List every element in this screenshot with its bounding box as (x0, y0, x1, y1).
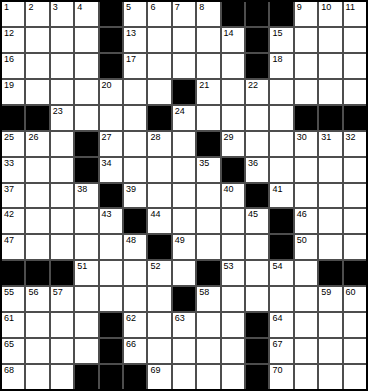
cell-r7c9[interactable]: 40 (222, 184, 244, 208)
clue-number: 8 (199, 2, 204, 12)
cell-r12c11[interactable]: 64 (270, 313, 292, 337)
clue-number: 32 (346, 132, 356, 142)
clue-number: 47 (4, 235, 14, 245)
clue-number: 63 (175, 313, 185, 323)
cell-r5c11[interactable] (270, 132, 292, 156)
clue-number: 31 (321, 132, 331, 142)
cell-r5c14[interactable]: 32 (344, 132, 366, 156)
cell-r10c10[interactable] (246, 261, 268, 285)
cell-r2c0[interactable]: 16 (2, 54, 24, 78)
cell-r11c14[interactable]: 60 (344, 287, 366, 311)
black-square-r4c13 (319, 106, 341, 130)
black-square-r6c3 (75, 158, 97, 182)
cell-r13c7[interactable] (173, 339, 195, 363)
clue-number: 36 (248, 158, 258, 168)
cell-r3c3[interactable] (75, 80, 97, 104)
cell-r2c11[interactable]: 18 (270, 54, 292, 78)
cell-r3c13[interactable] (319, 80, 341, 104)
cell-r8c10[interactable]: 45 (246, 209, 268, 233)
cell-r9c2[interactable] (51, 235, 73, 259)
cell-r11c9[interactable] (222, 287, 244, 311)
cell-r0c14[interactable]: 11 (344, 2, 366, 26)
cell-r6c0[interactable]: 33 (2, 158, 24, 182)
cell-r4c10[interactable] (246, 106, 268, 130)
cell-r6c13[interactable] (319, 158, 341, 182)
cell-r6c8[interactable]: 35 (197, 158, 219, 182)
cell-r8c6[interactable]: 44 (148, 209, 170, 233)
black-square-r1c10 (246, 28, 268, 52)
cell-r0c13[interactable]: 10 (319, 2, 341, 26)
clue-number: 21 (199, 80, 209, 90)
cell-r6c10[interactable]: 36 (246, 158, 268, 182)
cell-r14c14[interactable] (344, 365, 366, 389)
cell-r10c3[interactable]: 51 (75, 261, 97, 285)
cell-r11c5[interactable] (124, 287, 146, 311)
black-square-r8c11 (270, 209, 292, 233)
cell-r14c13[interactable] (319, 365, 341, 389)
cell-r1c9[interactable]: 14 (222, 28, 244, 52)
clue-number: 52 (150, 261, 160, 271)
cell-r1c1[interactable] (26, 28, 48, 52)
cell-r6c14[interactable] (344, 158, 366, 182)
cell-r13c9[interactable] (222, 339, 244, 363)
cell-r10c11[interactable]: 54 (270, 261, 292, 285)
black-square-r9c6 (148, 235, 170, 259)
clue-number: 11 (346, 2, 355, 12)
cell-r4c9[interactable] (222, 106, 244, 130)
cell-r7c0[interactable]: 37 (2, 184, 24, 208)
black-square-r4c1 (26, 106, 48, 130)
clue-number: 70 (272, 365, 282, 375)
black-square-r10c2 (51, 261, 73, 285)
cell-r12c6[interactable] (148, 313, 170, 337)
black-square-r4c6 (148, 106, 170, 130)
cell-r1c7[interactable] (173, 28, 195, 52)
cell-r11c10[interactable] (246, 287, 268, 311)
black-square-r13c4 (100, 339, 122, 363)
cell-r9c5[interactable]: 48 (124, 235, 146, 259)
clue-number: 45 (248, 209, 258, 219)
black-square-r8c5 (124, 209, 146, 233)
black-square-r10c13 (319, 261, 341, 285)
clue-number: 22 (248, 80, 258, 90)
clue-number: 43 (102, 209, 112, 219)
cell-r14c12[interactable] (295, 365, 317, 389)
clue-number: 53 (224, 261, 234, 271)
cell-r2c3[interactable] (75, 54, 97, 78)
cell-r10c5[interactable] (124, 261, 146, 285)
cell-r4c5[interactable] (124, 106, 146, 130)
cell-r2c1[interactable] (26, 54, 48, 78)
cell-r1c5[interactable]: 13 (124, 28, 146, 52)
cell-r9c14[interactable] (344, 235, 366, 259)
cell-r6c4[interactable]: 34 (100, 158, 122, 182)
cell-r14c11[interactable]: 70 (270, 365, 292, 389)
cell-r11c0[interactable]: 55 (2, 287, 24, 311)
clue-number: 64 (272, 313, 282, 323)
cell-r5c10[interactable] (246, 132, 268, 156)
cell-r6c5[interactable] (124, 158, 146, 182)
cell-r4c4[interactable] (100, 106, 122, 130)
clue-number: 6 (150, 2, 155, 12)
cell-r14c9[interactable] (222, 365, 244, 389)
cell-r3c12[interactable] (295, 80, 317, 104)
cell-r5c12[interactable]: 30 (295, 132, 317, 156)
cell-r3c2[interactable] (51, 80, 73, 104)
cell-r8c0[interactable]: 42 (2, 209, 24, 233)
clue-number: 27 (102, 132, 112, 142)
clue-number: 23 (53, 106, 63, 116)
black-square-r7c4 (100, 184, 122, 208)
cell-r11c3[interactable] (75, 287, 97, 311)
cell-r13c8[interactable] (197, 339, 219, 363)
black-square-r0c11 (270, 2, 292, 26)
cell-r13c0[interactable]: 65 (2, 339, 24, 363)
cell-r5c6[interactable]: 28 (148, 132, 170, 156)
cell-r12c1[interactable] (26, 313, 48, 337)
cell-r6c11[interactable] (270, 158, 292, 182)
cell-r8c8[interactable] (197, 209, 219, 233)
clue-number: 28 (150, 132, 160, 142)
cell-r1c6[interactable] (148, 28, 170, 52)
cell-r8c3[interactable] (75, 209, 97, 233)
cell-r0c12[interactable]: 9 (295, 2, 317, 26)
cell-r9c8[interactable] (197, 235, 219, 259)
cell-r9c0[interactable]: 47 (2, 235, 24, 259)
cell-r0c1[interactable]: 2 (26, 2, 48, 26)
clue-number: 62 (126, 313, 136, 323)
cell-r9c7[interactable]: 49 (173, 235, 195, 259)
clue-number: 18 (272, 54, 282, 64)
cell-r4c7[interactable]: 24 (173, 106, 195, 130)
cell-r4c2[interactable]: 23 (51, 106, 73, 130)
clue-number: 29 (224, 132, 234, 142)
black-square-r5c8 (197, 132, 219, 156)
cell-r7c5[interactable]: 39 (124, 184, 146, 208)
cell-r13c2[interactable] (51, 339, 73, 363)
clue-number: 38 (77, 184, 87, 194)
cell-r10c6[interactable]: 52 (148, 261, 170, 285)
clue-number: 56 (28, 287, 38, 297)
cell-r12c3[interactable] (75, 313, 97, 337)
clue-number: 4 (77, 2, 82, 12)
cell-r9c9[interactable] (222, 235, 244, 259)
cell-r7c14[interactable] (344, 184, 366, 208)
cell-r0c0[interactable]: 1 (2, 2, 24, 26)
cell-r3c14[interactable] (344, 80, 366, 104)
cell-r1c2[interactable] (51, 28, 73, 52)
cell-r2c8[interactable] (197, 54, 219, 78)
cell-r1c12[interactable] (295, 28, 317, 52)
cell-r10c7[interactable] (173, 261, 195, 285)
clue-number: 55 (4, 287, 14, 297)
cell-r13c11[interactable]: 67 (270, 339, 292, 363)
clue-number: 5 (126, 2, 131, 12)
clue-number: 66 (126, 339, 136, 349)
cell-r6c12[interactable] (295, 158, 317, 182)
clue-number: 20 (102, 80, 112, 90)
clue-number: 33 (4, 158, 14, 168)
cell-r11c13[interactable]: 59 (319, 287, 341, 311)
clue-number: 35 (199, 158, 209, 168)
clue-number: 30 (297, 132, 307, 142)
cell-r1c13[interactable] (319, 28, 341, 52)
cell-r5c13[interactable]: 31 (319, 132, 341, 156)
cell-r13c13[interactable] (319, 339, 341, 363)
clue-number: 68 (4, 365, 14, 375)
cell-r3c1[interactable] (26, 80, 48, 104)
clue-number: 46 (297, 209, 307, 219)
black-square-r2c4 (100, 54, 122, 78)
cell-r3c9[interactable] (222, 80, 244, 104)
clue-number: 1 (4, 2, 9, 12)
cell-r0c3[interactable]: 4 (75, 2, 97, 26)
cell-r8c13[interactable] (319, 209, 341, 233)
clue-number: 67 (272, 339, 282, 349)
cell-r6c1[interactable] (26, 158, 48, 182)
clue-number: 13 (126, 28, 136, 38)
cell-r12c13[interactable] (319, 313, 341, 337)
clue-number: 12 (4, 28, 14, 38)
clue-number: 16 (4, 54, 14, 64)
cell-r6c7[interactable] (173, 158, 195, 182)
black-square-r5c3 (75, 132, 97, 156)
black-square-r11c7 (173, 287, 195, 311)
black-square-r2c10 (246, 54, 268, 78)
cell-r0c7[interactable]: 7 (173, 2, 195, 26)
clue-number: 24 (175, 106, 185, 116)
cell-r7c13[interactable] (319, 184, 341, 208)
cell-r7c6[interactable] (148, 184, 170, 208)
clue-number: 50 (297, 235, 307, 245)
clue-number: 42 (4, 209, 14, 219)
cell-r6c6[interactable] (148, 158, 170, 182)
cell-r1c11[interactable]: 15 (270, 28, 292, 52)
cell-r8c12[interactable]: 46 (295, 209, 317, 233)
cell-r3c5[interactable] (124, 80, 146, 104)
clue-number: 7 (175, 2, 180, 12)
cell-r12c0[interactable]: 61 (2, 313, 24, 337)
cell-r2c5[interactable]: 17 (124, 54, 146, 78)
cell-r3c8[interactable]: 21 (197, 80, 219, 104)
black-square-r4c14 (344, 106, 366, 130)
cell-r10c9[interactable]: 53 (222, 261, 244, 285)
clue-number: 61 (4, 313, 14, 323)
cell-r3c11[interactable] (270, 80, 292, 104)
cell-r2c12[interactable] (295, 54, 317, 78)
cell-r7c8[interactable] (197, 184, 219, 208)
cell-r11c12[interactable] (295, 287, 317, 311)
cell-r14c1[interactable] (26, 365, 48, 389)
clue-number: 10 (321, 2, 331, 12)
clue-number: 14 (224, 28, 234, 38)
black-square-r14c5 (124, 365, 146, 389)
cell-r8c9[interactable] (222, 209, 244, 233)
black-square-r9c11 (270, 235, 292, 259)
cell-r2c9[interactable] (222, 54, 244, 78)
cell-r5c4[interactable]: 27 (100, 132, 122, 156)
cell-r5c2[interactable] (51, 132, 73, 156)
black-square-r7c10 (246, 184, 268, 208)
clue-number: 34 (102, 158, 112, 168)
cell-r3c6[interactable] (148, 80, 170, 104)
cell-r9c4[interactable] (100, 235, 122, 259)
cell-r3c0[interactable]: 19 (2, 80, 24, 104)
cell-r4c8[interactable] (197, 106, 219, 130)
cell-r8c14[interactable] (344, 209, 366, 233)
clue-number: 40 (224, 184, 234, 194)
clue-number: 60 (346, 287, 356, 297)
cell-r2c14[interactable] (344, 54, 366, 78)
clue-number: 19 (4, 80, 14, 90)
cell-r0c5[interactable]: 5 (124, 2, 146, 26)
cell-r11c6[interactable] (148, 287, 170, 311)
cell-r5c0[interactable]: 25 (2, 132, 24, 156)
cell-r9c13[interactable] (319, 235, 341, 259)
cell-r12c8[interactable] (197, 313, 219, 337)
black-square-r0c10 (246, 2, 268, 26)
cell-r7c1[interactable] (26, 184, 48, 208)
cell-r8c4[interactable]: 43 (100, 209, 122, 233)
cell-r5c5[interactable] (124, 132, 146, 156)
cell-r13c5[interactable]: 66 (124, 339, 146, 363)
cell-r13c6[interactable] (148, 339, 170, 363)
cell-r13c3[interactable] (75, 339, 97, 363)
cell-r8c2[interactable] (51, 209, 73, 233)
black-square-r14c3 (75, 365, 97, 389)
cell-r2c6[interactable] (148, 54, 170, 78)
black-square-r4c0 (2, 106, 24, 130)
black-square-r3c7 (173, 80, 195, 104)
clue-number: 54 (272, 261, 282, 271)
black-square-r10c1 (26, 261, 48, 285)
cell-r11c4[interactable] (100, 287, 122, 311)
cell-r9c3[interactable] (75, 235, 97, 259)
crossword-grid: 1234567891011121314151617181920212223242… (0, 0, 368, 391)
cell-r6c2[interactable] (51, 158, 73, 182)
black-square-r6c9 (222, 158, 244, 182)
cell-r14c8[interactable] (197, 365, 219, 389)
clue-number: 57 (53, 287, 63, 297)
cell-r10c12[interactable] (295, 261, 317, 285)
cell-r10c4[interactable] (100, 261, 122, 285)
cell-r3c10[interactable]: 22 (246, 80, 268, 104)
cell-r12c5[interactable]: 62 (124, 313, 146, 337)
clue-number: 17 (126, 54, 136, 64)
black-square-r14c4 (100, 365, 122, 389)
cell-r0c8[interactable]: 8 (197, 2, 219, 26)
clue-number: 2 (28, 2, 33, 12)
clue-number: 44 (150, 209, 160, 219)
clue-number: 26 (28, 132, 38, 142)
cell-r3c4[interactable]: 20 (100, 80, 122, 104)
clue-number: 41 (272, 184, 282, 194)
cell-r12c9[interactable] (222, 313, 244, 337)
clue-number: 3 (53, 2, 58, 12)
cell-r14c2[interactable] (51, 365, 73, 389)
clue-number: 51 (77, 261, 87, 271)
cell-r7c12[interactable] (295, 184, 317, 208)
cell-r7c3[interactable]: 38 (75, 184, 97, 208)
cell-r13c14[interactable] (344, 339, 366, 363)
cell-r0c2[interactable]: 3 (51, 2, 73, 26)
clue-number: 37 (4, 184, 14, 194)
cell-r9c1[interactable] (26, 235, 48, 259)
cell-r5c9[interactable]: 29 (222, 132, 244, 156)
cell-r9c10[interactable] (246, 235, 268, 259)
cell-r7c7[interactable] (173, 184, 195, 208)
clue-number: 49 (175, 235, 185, 245)
cell-r2c13[interactable] (319, 54, 341, 78)
black-square-r10c14 (344, 261, 366, 285)
black-square-r1c4 (100, 28, 122, 52)
clue-number: 59 (321, 287, 331, 297)
clue-number: 25 (4, 132, 14, 142)
cell-r7c2[interactable] (51, 184, 73, 208)
cell-r1c3[interactable] (75, 28, 97, 52)
black-square-r13c10 (246, 339, 268, 363)
cell-r8c1[interactable] (26, 209, 48, 233)
black-square-r0c4 (100, 2, 122, 26)
clue-number: 9 (297, 2, 302, 12)
black-square-r12c10 (246, 313, 268, 337)
cell-r12c14[interactable] (344, 313, 366, 337)
cell-r11c11[interactable] (270, 287, 292, 311)
cell-r2c2[interactable] (51, 54, 73, 78)
cell-r14c6[interactable]: 69 (148, 365, 170, 389)
cell-r12c2[interactable] (51, 313, 73, 337)
black-square-r10c8 (197, 261, 219, 285)
clue-number: 58 (199, 287, 209, 297)
black-square-r10c0 (2, 261, 24, 285)
cell-r5c7[interactable] (173, 132, 195, 156)
cell-r11c8[interactable]: 58 (197, 287, 219, 311)
cell-r11c1[interactable]: 56 (26, 287, 48, 311)
clue-number: 48 (126, 235, 136, 245)
black-square-r12c4 (100, 313, 122, 337)
cell-r4c3[interactable] (75, 106, 97, 130)
cell-r2c7[interactable] (173, 54, 195, 78)
black-square-r0c9 (222, 2, 244, 26)
cell-r7c11[interactable]: 41 (270, 184, 292, 208)
cell-r1c14[interactable] (344, 28, 366, 52)
clue-number: 65 (4, 339, 14, 349)
cell-r12c12[interactable] (295, 313, 317, 337)
cell-r12c7[interactable]: 63 (173, 313, 195, 337)
cell-r13c12[interactable] (295, 339, 317, 363)
cell-r14c0[interactable]: 68 (2, 365, 24, 389)
clue-number: 69 (150, 365, 160, 375)
cell-r0c6[interactable]: 6 (148, 2, 170, 26)
cell-r1c0[interactable]: 12 (2, 28, 24, 52)
cell-r14c7[interactable] (173, 365, 195, 389)
clue-number: 39 (126, 184, 136, 194)
cell-r13c1[interactable] (26, 339, 48, 363)
black-square-r14c10 (246, 365, 268, 389)
cell-r11c2[interactable]: 57 (51, 287, 73, 311)
cell-r1c8[interactable] (197, 28, 219, 52)
cell-r5c1[interactable]: 26 (26, 132, 48, 156)
cell-r8c7[interactable] (173, 209, 195, 233)
cell-r4c11[interactable] (270, 106, 292, 130)
cell-r9c12[interactable]: 50 (295, 235, 317, 259)
clue-number: 15 (272, 28, 282, 38)
black-square-r4c12 (295, 106, 317, 130)
